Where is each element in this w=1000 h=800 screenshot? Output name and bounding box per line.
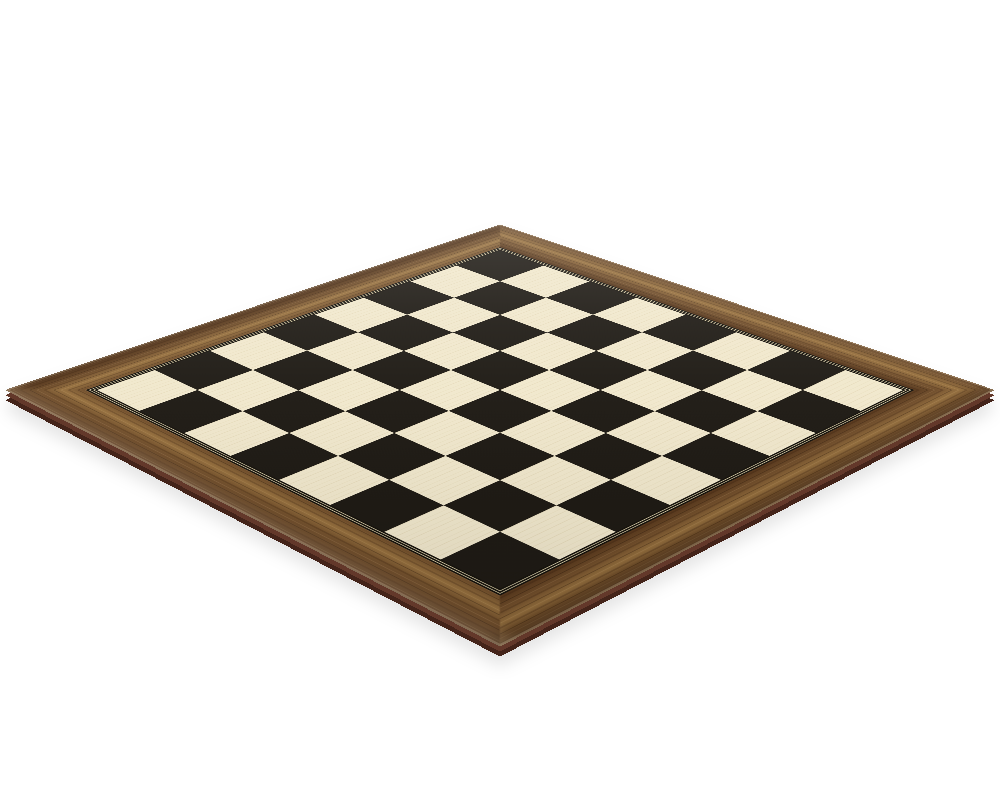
board-edge-thickness bbox=[0, 0, 1000, 800]
playing-field bbox=[97, 251, 903, 589]
chess-board bbox=[5, 224, 995, 646]
photo-background bbox=[0, 0, 1000, 800]
